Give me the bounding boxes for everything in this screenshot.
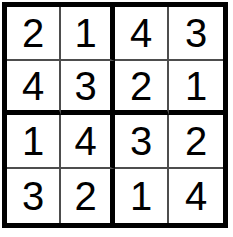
cell-r3c1[interactable]: 1 xyxy=(7,115,61,169)
cell-r3c4[interactable]: 2 xyxy=(169,115,223,169)
cell-r2c3[interactable]: 2 xyxy=(115,61,169,115)
cell-r4c4[interactable]: 4 xyxy=(169,169,223,223)
cell-r1c4[interactable]: 3 xyxy=(169,7,223,61)
cell-r2c1[interactable]: 4 xyxy=(7,61,61,115)
sudoku-board: 2143432114323214 xyxy=(2,2,228,228)
cell-r3c3[interactable]: 3 xyxy=(115,115,169,169)
cell-r4c2[interactable]: 2 xyxy=(61,169,115,223)
cell-r2c4[interactable]: 1 xyxy=(169,61,223,115)
cell-r4c1[interactable]: 3 xyxy=(7,169,61,223)
cell-r1c3[interactable]: 4 xyxy=(115,7,169,61)
cell-r3c2[interactable]: 4 xyxy=(61,115,115,169)
cell-r1c2[interactable]: 1 xyxy=(61,7,115,61)
cell-r4c3[interactable]: 1 xyxy=(115,169,169,223)
cell-r2c2[interactable]: 3 xyxy=(61,61,115,115)
cell-r1c1[interactable]: 2 xyxy=(7,7,61,61)
